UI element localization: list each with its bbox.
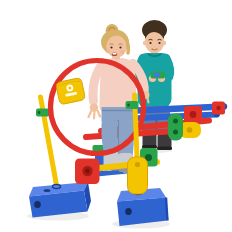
girl-blush [106, 50, 110, 54]
connector-hole [173, 119, 178, 124]
base-edge [166, 198, 168, 221]
base-top-hole [44, 189, 51, 192]
girl-blush [121, 50, 125, 54]
girl-eye [110, 46, 112, 48]
girl-fingers [89, 111, 101, 119]
left-pole-assembly [29, 97, 91, 218]
boot-sole [157, 147, 172, 151]
connector-hole [173, 130, 178, 135]
blue-crossbar-top [137, 107, 224, 111]
handheld-toy-part [154, 73, 161, 77]
product-photo: Two children playing with a colorful gro… [0, 0, 232, 232]
boot-sole [142, 145, 157, 149]
cube-hole [216, 106, 220, 110]
base-hole [34, 201, 41, 208]
girl-teeth [113, 53, 117, 55]
bean-bag [55, 77, 85, 104]
green-flat-connector-right [168, 114, 183, 141]
boy-eye [149, 42, 151, 44]
girl-eye [119, 46, 121, 48]
cube-hole [190, 111, 197, 118]
play-set-scene: Two children playing with a colorful gro… [0, 0, 232, 232]
boy-eye [158, 42, 160, 44]
clip-knob [127, 104, 130, 107]
cube-hole [85, 169, 90, 174]
base-hole [125, 208, 132, 215]
connector-hole [187, 127, 193, 133]
clip-knob [38, 111, 41, 114]
connector-hole [135, 162, 140, 167]
